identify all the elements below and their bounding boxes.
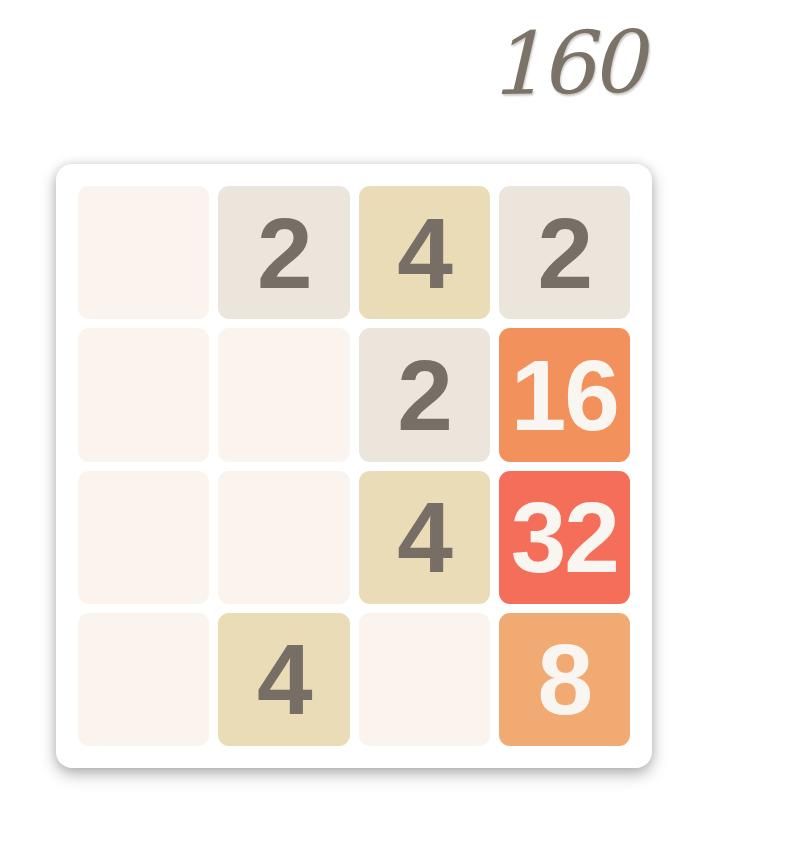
empty-cell [218, 471, 349, 604]
empty-cell [78, 613, 209, 746]
empty-cell [78, 471, 209, 604]
tile-32: 32 [499, 471, 630, 604]
empty-cell [78, 328, 209, 461]
empty-cell [218, 328, 349, 461]
empty-cell [78, 186, 209, 319]
tile-2: 2 [218, 186, 349, 319]
game-board[interactable]: 24221643248 [56, 164, 652, 768]
board-grid: 24221643248 [56, 164, 652, 768]
empty-cell [359, 613, 490, 746]
app-window: 160 24221643248 [0, 0, 800, 866]
tile-4: 4 [218, 613, 349, 746]
tile-2: 2 [499, 186, 630, 319]
tile-16: 16 [499, 328, 630, 461]
tile-2: 2 [359, 328, 490, 461]
tile-4: 4 [359, 186, 490, 319]
tile-4: 4 [359, 471, 490, 604]
tile-8: 8 [499, 613, 630, 746]
score-display: 160 [449, 18, 680, 108]
